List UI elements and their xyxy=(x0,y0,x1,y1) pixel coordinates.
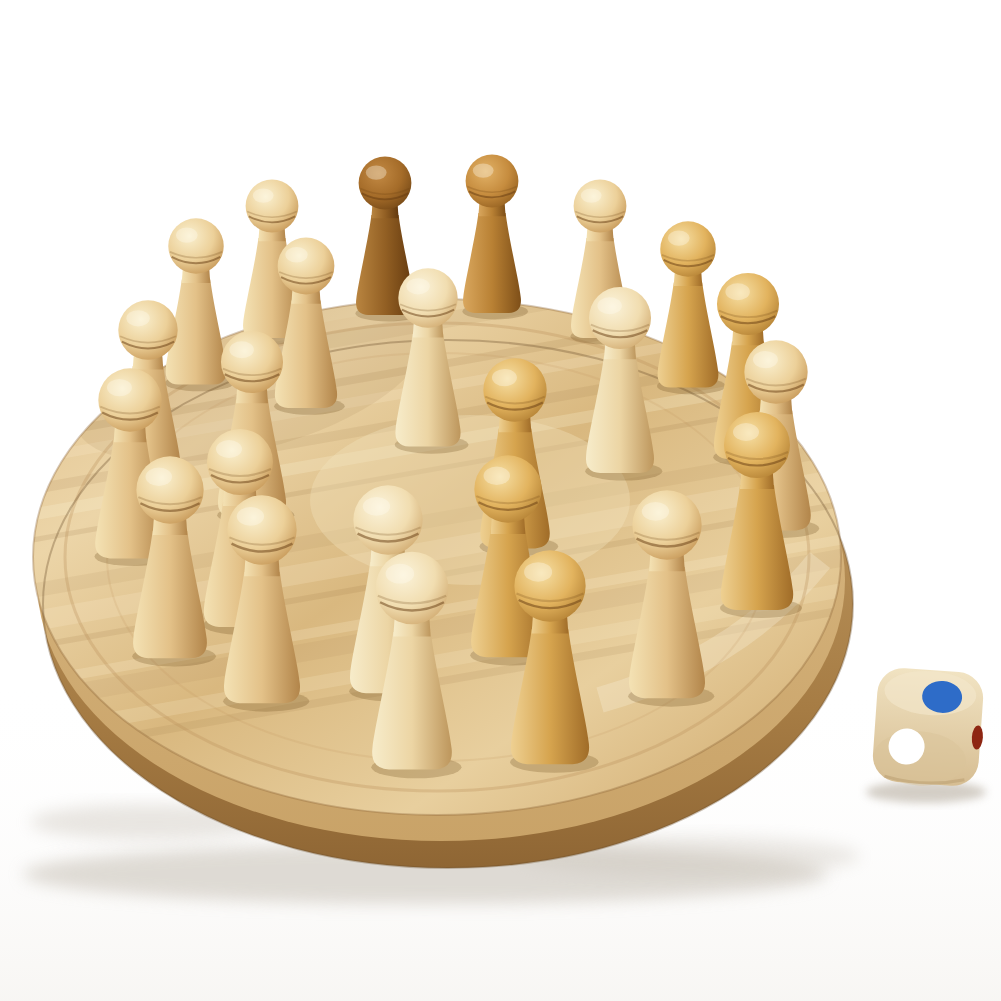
peg-head xyxy=(717,273,779,335)
peg-head xyxy=(574,180,627,233)
peg-highlight xyxy=(176,228,198,243)
peg-head xyxy=(589,287,651,349)
peg-head xyxy=(98,368,161,431)
peg-head xyxy=(353,485,422,554)
peg-head xyxy=(724,412,790,478)
peg-highlight xyxy=(216,440,242,458)
peg-highlight xyxy=(363,497,390,516)
peg-head xyxy=(466,155,519,208)
peg-head xyxy=(221,331,283,393)
peg-highlight xyxy=(725,283,749,300)
peg-highlight xyxy=(473,163,494,177)
product-photo-memory-chess xyxy=(0,0,1001,1001)
color-die[interactable] xyxy=(871,666,987,789)
peg-highlight xyxy=(386,564,415,584)
peg-head xyxy=(376,552,449,625)
peg-head xyxy=(514,550,585,621)
peg-head xyxy=(359,157,412,210)
peg-highlight xyxy=(581,188,602,202)
peg-head xyxy=(278,238,335,295)
peg-highlight xyxy=(492,369,517,386)
peg-highlight xyxy=(484,467,511,485)
peg-highlight xyxy=(406,278,429,294)
peg-highlight xyxy=(253,188,274,202)
peg-head xyxy=(118,300,177,359)
peg-head xyxy=(398,268,457,327)
peg-head xyxy=(483,358,546,421)
peg-head xyxy=(227,495,296,564)
peg-highlight xyxy=(366,165,387,179)
peg-head xyxy=(660,221,715,276)
peg-highlight xyxy=(107,379,132,396)
peg-highlight xyxy=(146,468,173,486)
peg-head xyxy=(632,490,701,559)
peg-highlight xyxy=(285,247,307,262)
peg-highlight xyxy=(229,341,253,358)
peg-head xyxy=(474,455,541,522)
peg-head xyxy=(168,218,223,273)
peg-highlight xyxy=(642,502,669,521)
scene xyxy=(0,0,1001,1001)
peg-highlight xyxy=(733,423,759,441)
peg-highlight xyxy=(237,507,264,526)
peg-head xyxy=(207,429,273,495)
peg-highlight xyxy=(126,310,149,326)
peg-head xyxy=(744,340,807,403)
peg-highlight xyxy=(668,231,690,246)
peg-highlight xyxy=(524,562,552,581)
peg-head xyxy=(136,456,203,523)
peg-head xyxy=(246,180,299,233)
peg-highlight xyxy=(753,351,778,368)
peg-highlight xyxy=(597,297,621,314)
